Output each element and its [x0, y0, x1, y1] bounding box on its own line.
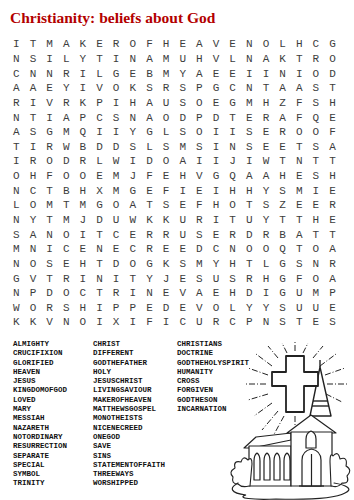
- grid-cell: U: [308, 301, 325, 316]
- grid-cell: G: [274, 271, 291, 286]
- grid-cell: I: [124, 315, 141, 330]
- grid-cell: I: [25, 139, 42, 154]
- grid-cell: I: [241, 66, 258, 81]
- grid-cell: H: [308, 213, 325, 228]
- cross-icon: [272, 356, 318, 412]
- grid-cell: Q: [274, 242, 291, 257]
- grid-cell: O: [291, 125, 308, 140]
- grid-cell: L: [158, 125, 175, 140]
- puzzle-title: Christianity: beliefs about God: [10, 9, 215, 27]
- grid-cell: H: [208, 198, 225, 213]
- grid-cell: E: [324, 213, 341, 228]
- word-item: ALMIGHTY: [13, 340, 67, 349]
- grid-cell: M: [108, 169, 125, 184]
- grid-cell: E: [158, 286, 175, 301]
- grid-cell: B: [58, 183, 75, 198]
- grid-cell: R: [308, 52, 325, 67]
- grid-cell: R: [41, 139, 58, 154]
- grid-cell: C: [8, 66, 25, 81]
- grid-cell: D: [174, 110, 191, 125]
- grid-cell: V: [208, 37, 225, 52]
- grid-cell: N: [41, 66, 58, 81]
- grid-cell: K: [274, 52, 291, 67]
- grid-cell: F: [41, 169, 58, 184]
- grid-cell: H: [75, 257, 92, 272]
- grid-cell: E: [291, 169, 308, 184]
- grid-cell: H: [124, 96, 141, 111]
- grid-cell: V: [191, 169, 208, 184]
- grid-cell: S: [174, 96, 191, 111]
- worksheet-page: { "game": "word-search", "title": "Chris…: [0, 0, 354, 500]
- grid-cell: E: [324, 110, 341, 125]
- grid-cell: I: [191, 154, 208, 169]
- grid-cell: N: [41, 227, 58, 242]
- grid-cell: S: [308, 96, 325, 111]
- grid-cell: C: [25, 183, 42, 198]
- grid-cell: R: [108, 37, 125, 52]
- grid-cell: E: [91, 169, 108, 184]
- grid-cell: H: [158, 37, 175, 52]
- grid-cell: R: [258, 227, 275, 242]
- grid-cell: N: [241, 37, 258, 52]
- grid-cell: E: [58, 257, 75, 272]
- grid-cell: O: [25, 257, 42, 272]
- grid-cell: O: [258, 37, 275, 52]
- grid-cell: U: [174, 213, 191, 228]
- grid-cell: S: [58, 301, 75, 316]
- grid-cell: G: [208, 81, 225, 96]
- grid-cell: P: [108, 301, 125, 316]
- steeple-icon: [310, 360, 331, 416]
- grid-cell: H: [224, 286, 241, 301]
- grid-cell: L: [141, 139, 158, 154]
- grid-cell: S: [308, 139, 325, 154]
- grid-cell: S: [8, 227, 25, 242]
- grid-cell: C: [75, 286, 92, 301]
- grid-cell: A: [324, 139, 341, 154]
- grid-cell: H: [324, 169, 341, 184]
- grid-cell: G: [208, 169, 225, 184]
- grid-cell: G: [124, 183, 141, 198]
- grid-cell: C: [58, 242, 75, 257]
- grid-cell: I: [8, 37, 25, 52]
- grid-cell: E: [91, 37, 108, 52]
- grid-cell: Z: [274, 96, 291, 111]
- grid-cell: E: [258, 125, 275, 140]
- word-item: LIVINGSAVIOUR: [93, 386, 165, 395]
- grid-cell: A: [8, 125, 25, 140]
- grid-cell: S: [258, 198, 275, 213]
- grid-cell: T: [91, 227, 108, 242]
- grid-cell: I: [208, 125, 225, 140]
- grid-cell: T: [324, 154, 341, 169]
- grid-cell: D: [108, 139, 125, 154]
- grid-cell: I: [108, 96, 125, 111]
- grid-cell: S: [158, 198, 175, 213]
- grid-cell: U: [208, 271, 225, 286]
- grid-cell: E: [158, 169, 175, 184]
- grid-cell: V: [191, 301, 208, 316]
- grid-cell: R: [58, 96, 75, 111]
- grid-cell: O: [108, 198, 125, 213]
- grid-cell: P: [191, 81, 208, 96]
- grid-cell: I: [224, 125, 241, 140]
- grid-cell: E: [174, 271, 191, 286]
- grid-cell: N: [308, 257, 325, 272]
- grid-cell: K: [75, 96, 92, 111]
- grid-cell: L: [58, 52, 75, 67]
- grid-cell: E: [191, 183, 208, 198]
- grid-cell: I: [91, 125, 108, 140]
- grid-cell: I: [291, 66, 308, 81]
- grid-cell: O: [58, 169, 75, 184]
- grid-cell: C: [174, 315, 191, 330]
- grid-cell: R: [224, 227, 241, 242]
- grid-cell: N: [58, 315, 75, 330]
- grid-cell: T: [41, 271, 58, 286]
- grid-cell: Y: [258, 183, 275, 198]
- grid-cell: R: [258, 110, 275, 125]
- grid-cell: I: [108, 271, 125, 286]
- word-item: GODTHEFATHER: [93, 359, 165, 368]
- grid-cell: M: [58, 213, 75, 228]
- grid-cell: R: [108, 286, 125, 301]
- grid-cell: E: [174, 37, 191, 52]
- grid-cell: I: [75, 227, 92, 242]
- grid-cell: N: [25, 242, 42, 257]
- grid-cell: R: [41, 301, 58, 316]
- word-item: RESURRECTION: [13, 442, 67, 451]
- grid-cell: Y: [258, 301, 275, 316]
- word-item: ONEGOD: [93, 433, 165, 442]
- grid-cell: N: [224, 242, 241, 257]
- grid-cell: M: [308, 286, 325, 301]
- grid-cell: I: [25, 96, 42, 111]
- grid-cell: Z: [274, 198, 291, 213]
- word-item: MAKEROFHEAVEN: [93, 396, 165, 405]
- grid-cell: M: [75, 198, 92, 213]
- grid-cell: S: [191, 227, 208, 242]
- grid-cell: F: [141, 169, 158, 184]
- grid-cell: S: [308, 81, 325, 96]
- grid-cell: M: [174, 139, 191, 154]
- grid-cell: A: [291, 81, 308, 96]
- grid-cell: Y: [174, 66, 191, 81]
- grid-cell: S: [274, 301, 291, 316]
- grid-cell: I: [75, 81, 92, 96]
- grid-cell: I: [208, 154, 225, 169]
- grid-cell: B: [141, 66, 158, 81]
- grid-cell: O: [224, 198, 241, 213]
- grid-cell: S: [174, 257, 191, 272]
- grid-cell: T: [274, 213, 291, 228]
- grid-cell: U: [174, 52, 191, 67]
- grid-cell: F: [141, 37, 158, 52]
- grid-cell: F: [324, 125, 341, 140]
- grid-cell: Q: [75, 125, 92, 140]
- grid-cell: I: [258, 286, 275, 301]
- grid-cell: N: [224, 139, 241, 154]
- grid-cell: W: [108, 154, 125, 169]
- grid-cell: A: [8, 81, 25, 96]
- grid-cell: H: [75, 301, 92, 316]
- word-list-column-2: CHRISTDIFFERENTGODTHEFATHERHOLYJESUSCHRI…: [93, 340, 165, 489]
- grid-cell: Y: [241, 301, 258, 316]
- grid-cell: R: [158, 81, 175, 96]
- word-item: HEAVEN: [13, 368, 67, 377]
- grid-cell: T: [291, 315, 308, 330]
- grid-cell: T: [58, 198, 75, 213]
- grid-cell: R: [191, 213, 208, 228]
- grid-cell: E: [108, 242, 125, 257]
- grid-cell: M: [158, 52, 175, 67]
- grid-cell: Y: [208, 257, 225, 272]
- grid-cell: I: [75, 271, 92, 286]
- grid-cell: L: [8, 198, 25, 213]
- grid-cell: C: [124, 242, 141, 257]
- grid-cell: K: [124, 81, 141, 96]
- grid-cell: C: [224, 81, 241, 96]
- grid-cell: I: [158, 315, 175, 330]
- grid-cell: W: [8, 301, 25, 316]
- grid-cell: G: [141, 125, 158, 140]
- grid-cell: U: [108, 213, 125, 228]
- grid-cell: S: [241, 125, 258, 140]
- grid-cell: N: [291, 154, 308, 169]
- grid-cell: H: [25, 169, 42, 184]
- grid-cell: K: [158, 257, 175, 272]
- grid-cell: U: [291, 301, 308, 316]
- grid-cell: A: [274, 110, 291, 125]
- grid-cell: O: [25, 198, 42, 213]
- grid-cell: S: [308, 169, 325, 184]
- grid-cell: X: [91, 183, 108, 198]
- grid-cell: T: [274, 154, 291, 169]
- grid-cell: I: [258, 66, 275, 81]
- grid-cell: S: [124, 139, 141, 154]
- grid-cell: D: [91, 213, 108, 228]
- grid-cell: E: [124, 66, 141, 81]
- grid-cell: S: [174, 125, 191, 140]
- grid-cell: P: [91, 96, 108, 111]
- grid-cell: R: [58, 66, 75, 81]
- word-item: MONOTHEISTS: [93, 414, 165, 423]
- grid-cell: I: [41, 242, 58, 257]
- grid-cell: W: [124, 213, 141, 228]
- grid-cell: F: [291, 271, 308, 286]
- grid-cell: T: [291, 52, 308, 67]
- grid-cell: V: [25, 271, 42, 286]
- grid-cell: N: [8, 183, 25, 198]
- grid-cell: Y: [75, 52, 92, 67]
- grid-cell: M: [58, 125, 75, 140]
- grid-cell: N: [91, 271, 108, 286]
- grid-cell: P: [241, 315, 258, 330]
- grid-cell: O: [324, 52, 341, 67]
- grid-cell: B: [75, 139, 92, 154]
- grid-cell: S: [241, 139, 258, 154]
- grid-cell: N: [141, 286, 158, 301]
- grid-cell: S: [224, 271, 241, 286]
- grid-cell: T: [91, 286, 108, 301]
- grid-cell: M: [41, 198, 58, 213]
- grid-cell: O: [258, 242, 275, 257]
- grid-cell: O: [58, 227, 75, 242]
- grid-cell: O: [124, 257, 141, 272]
- grid-cell: K: [158, 213, 175, 228]
- grid-cell: Y: [258, 213, 275, 228]
- grid-cell: X: [108, 315, 125, 330]
- grid-cell: D: [41, 286, 58, 301]
- grid-cell: E: [208, 227, 225, 242]
- grid-cell: E: [324, 183, 341, 198]
- word-search-grid: ITMAKEROFHEAVENOLHCGNSILYTINAMUHVLNAKTRO…: [8, 37, 341, 330]
- grid-cell: D: [108, 257, 125, 272]
- grid-cell: H: [224, 257, 241, 272]
- grid-cell: N: [8, 257, 25, 272]
- grid-cell: E: [258, 139, 275, 154]
- grid-cell: N: [124, 52, 141, 67]
- grid-cell: H: [291, 37, 308, 52]
- grid-cell: N: [124, 110, 141, 125]
- grid-cell: D: [241, 227, 258, 242]
- grid-cell: G: [274, 257, 291, 272]
- grid-cell: C: [208, 242, 225, 257]
- grid-cell: L: [91, 154, 108, 169]
- grid-cell: E: [174, 242, 191, 257]
- grid-cell: N: [25, 66, 42, 81]
- grid-cell: N: [241, 52, 258, 67]
- grid-cell: N: [8, 286, 25, 301]
- grid-cell: G: [8, 271, 25, 286]
- grid-cell: V: [41, 315, 58, 330]
- grid-cell: G: [324, 37, 341, 52]
- grid-cell: T: [241, 198, 258, 213]
- grid-cell: N: [258, 315, 275, 330]
- grid-cell: R: [274, 125, 291, 140]
- grid-cell: O: [158, 154, 175, 169]
- grid-cell: I: [91, 315, 108, 330]
- grid-cell: H: [258, 96, 275, 111]
- grid-cell: I: [208, 139, 225, 154]
- grid-cell: S: [291, 257, 308, 272]
- grid-cell: A: [258, 169, 275, 184]
- grid-cell: V: [41, 96, 58, 111]
- grid-cell: E: [141, 301, 158, 316]
- grid-cell: T: [141, 198, 158, 213]
- grid-cell: Q: [224, 169, 241, 184]
- grid-cell: E: [208, 96, 225, 111]
- word-item: MESSIAH: [13, 414, 67, 423]
- grid-cell: O: [241, 242, 258, 257]
- grid-cell: I: [241, 154, 258, 169]
- grid-cell: D: [191, 242, 208, 257]
- grid-cell: T: [308, 154, 325, 169]
- grid-cell: K: [141, 213, 158, 228]
- grid-cell: U: [241, 213, 258, 228]
- grid-cell: I: [8, 154, 25, 169]
- grid-cell: E: [158, 242, 175, 257]
- word-item: DIFFERENT: [93, 349, 165, 358]
- grid-cell: G: [224, 96, 241, 111]
- grid-cell: P: [25, 286, 42, 301]
- grid-cell: O: [75, 315, 92, 330]
- grid-cell: E: [224, 37, 241, 52]
- grid-cell: N: [274, 66, 291, 81]
- grid-cell: A: [25, 227, 42, 242]
- grid-cell: C: [308, 37, 325, 52]
- grid-cell: E: [274, 139, 291, 154]
- grid-cell: G: [274, 286, 291, 301]
- grid-cell: A: [274, 81, 291, 96]
- grid-cell: C: [108, 227, 125, 242]
- grid-cell: O: [158, 110, 175, 125]
- grid-cell: K: [8, 315, 25, 330]
- word-item: NICENECREED: [93, 424, 165, 433]
- grid-cell: A: [291, 227, 308, 242]
- grid-cell: Y: [25, 213, 42, 228]
- grid-cell: F: [291, 110, 308, 125]
- grid-cell: A: [324, 271, 341, 286]
- grid-cell: E: [208, 66, 225, 81]
- word-item: SEPARATE: [13, 452, 67, 461]
- grid-cell: S: [274, 183, 291, 198]
- grid-cell: E: [141, 183, 158, 198]
- grid-cell: I: [41, 52, 58, 67]
- word-item: JESUS: [13, 377, 67, 386]
- grid-cell: D: [324, 66, 341, 81]
- grid-cell: H: [258, 271, 275, 286]
- word-item: NOTORDINARY: [13, 433, 67, 442]
- grid-cell: D: [158, 301, 175, 316]
- grid-cell: L: [224, 301, 241, 316]
- grid-cell: S: [158, 139, 175, 154]
- grid-cell: O: [75, 169, 92, 184]
- grid-cell: T: [41, 213, 58, 228]
- grid-cell: S: [108, 110, 125, 125]
- grid-cell: U: [191, 315, 208, 330]
- grid-cell: D: [91, 139, 108, 154]
- grid-cell: M: [158, 66, 175, 81]
- grid-cell: K: [25, 315, 42, 330]
- word-item: THREEWAYS: [93, 470, 165, 479]
- grid-cell: T: [224, 213, 241, 228]
- grid-cell: E: [241, 110, 258, 125]
- grid-cell: J: [224, 154, 241, 169]
- grid-cell: A: [258, 52, 275, 67]
- grid-cell: E: [224, 66, 241, 81]
- grid-cell: I: [308, 183, 325, 198]
- word-list-column-1: ALMIGHTYCRUCIFIXIONGLORIFIEDHEAVENJESUSK…: [13, 340, 67, 489]
- word-item: SPECIAL: [13, 461, 67, 470]
- grid-cell: T: [291, 213, 308, 228]
- grid-cell: H: [241, 183, 258, 198]
- grid-cell: Y: [141, 271, 158, 286]
- grid-cell: E: [41, 81, 58, 96]
- grid-cell: S: [41, 257, 58, 272]
- grid-cell: J: [124, 169, 141, 184]
- grid-cell: R: [241, 271, 258, 286]
- grid-cell: O: [41, 154, 58, 169]
- grid-cell: S: [191, 271, 208, 286]
- word-item: CHRIST: [93, 340, 165, 349]
- grid-cell: P: [324, 286, 341, 301]
- grid-cell: W: [258, 154, 275, 169]
- grid-cell: O: [124, 37, 141, 52]
- grid-cell: T: [291, 139, 308, 154]
- grid-cell: I: [174, 183, 191, 198]
- word-item: HOLY: [93, 368, 165, 377]
